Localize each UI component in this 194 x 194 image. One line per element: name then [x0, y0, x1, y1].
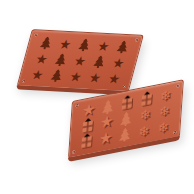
hang-hole [72, 150, 75, 154]
cavity-star-shape: ★ [111, 56, 126, 69]
cavity-star-shape: ★ [34, 52, 49, 65]
bump-star-shape: ★ [98, 130, 112, 148]
mold-cell [115, 125, 135, 145]
mold-cell: ★ [95, 129, 115, 149]
bump-snowflake-shape: ❄ [159, 104, 171, 120]
bump-snowflake-shape: ❄ [139, 108, 151, 124]
front-mold-grid: ★❄★❄❄★❄❄ [76, 86, 176, 152]
mold-cell: ❄ [153, 118, 173, 138]
gift-bow [124, 94, 130, 98]
hang-hole [173, 131, 176, 135]
bump-gift-shape [82, 120, 93, 132]
hang-hole [177, 84, 180, 88]
bump-tree-shape [118, 126, 131, 143]
gift-bow [144, 91, 150, 95]
bump-snowflake-shape: ❄ [138, 123, 150, 139]
hang-hole [123, 85, 127, 88]
bump-gift-shape [81, 136, 92, 148]
bump-gift-shape [141, 93, 152, 105]
cavity-star-shape: ★ [88, 71, 103, 84]
hang-hole [75, 104, 78, 108]
cavity-star-shape: ★ [58, 37, 73, 50]
cavity-star-shape: ★ [107, 72, 122, 85]
cavity-star-shape: ★ [96, 39, 111, 52]
product-photo: ★★★★★★★★★ ★❄★❄❄★❄❄ [0, 0, 194, 194]
gift-bow [84, 134, 90, 138]
mold-cell: ★ [107, 54, 130, 71]
gift-bow [85, 118, 91, 122]
bump-gift-shape [122, 97, 133, 109]
mold-cell [111, 38, 134, 55]
cavity-tree-shape [54, 53, 68, 66]
cavity-tree-shape [50, 69, 64, 82]
hang-hole [135, 38, 139, 41]
cavity-tree-shape [77, 38, 91, 51]
cavity-star-shape: ★ [73, 54, 88, 67]
cavity-tree-shape [116, 40, 130, 53]
mold-cell: ❄ [134, 121, 154, 141]
cavity-tree-shape [92, 55, 106, 68]
bump-snowflake-shape: ❄ [160, 88, 172, 104]
cavity-star-shape: ★ [68, 70, 83, 83]
mold-cell: ★ [103, 70, 126, 87]
mold-cell [76, 133, 96, 153]
back-mold-grid: ★★★★★★★★★ [26, 34, 135, 86]
back-mold-cavity-side: ★★★★★★★★★ [17, 29, 144, 92]
cavity-star-shape: ★ [30, 68, 45, 81]
bump-snowflake-shape: ❄ [157, 120, 169, 136]
cavity-tree-shape [39, 36, 53, 49]
